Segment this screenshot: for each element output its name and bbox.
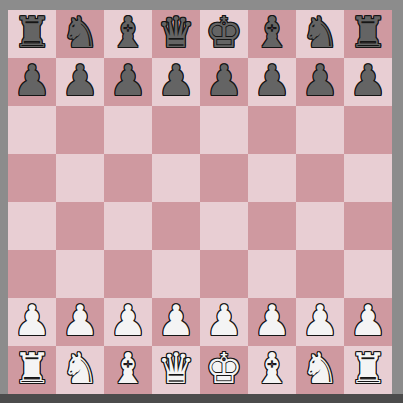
square-c7[interactable]: ♟ (104, 58, 152, 106)
piece-white-bishop[interactable]: ♝ (253, 346, 291, 393)
piece-white-pawn[interactable]: ♟ (13, 298, 51, 345)
square-d6[interactable] (152, 106, 200, 154)
square-e5[interactable] (200, 154, 248, 202)
piece-white-pawn[interactable]: ♟ (253, 298, 291, 345)
square-g8[interactable]: ♞ (296, 10, 344, 58)
square-h6[interactable] (344, 106, 392, 154)
board-frame-bottom-edge (0, 394, 403, 403)
square-b4[interactable] (56, 202, 104, 250)
square-f2[interactable]: ♟ (248, 298, 296, 346)
piece-black-pawn[interactable]: ♟ (301, 58, 339, 105)
piece-white-rook[interactable]: ♜ (349, 346, 387, 393)
square-g6[interactable] (296, 106, 344, 154)
square-h2[interactable]: ♟ (344, 298, 392, 346)
piece-white-rook[interactable]: ♜ (13, 346, 51, 393)
square-a7[interactable]: ♟ (8, 58, 56, 106)
piece-white-pawn[interactable]: ♟ (301, 298, 339, 345)
square-c1[interactable]: ♝ (104, 346, 152, 394)
square-h7[interactable]: ♟ (344, 58, 392, 106)
piece-white-pawn[interactable]: ♟ (349, 298, 387, 345)
piece-black-pawn[interactable]: ♟ (205, 58, 243, 105)
square-f8[interactable]: ♝ (248, 10, 296, 58)
square-d1[interactable]: ♛ (152, 346, 200, 394)
piece-black-rook[interactable]: ♜ (13, 10, 51, 57)
square-a1[interactable]: ♜ (8, 346, 56, 394)
square-g3[interactable] (296, 250, 344, 298)
piece-black-pawn[interactable]: ♟ (61, 58, 99, 105)
square-c5[interactable] (104, 154, 152, 202)
square-f5[interactable] (248, 154, 296, 202)
chess-window-frame: ♜♞♝♛♚♝♞♜♟♟♟♟♟♟♟♟♟♟♟♟♟♟♟♟♜♞♝♛♚♝♞♜ (0, 0, 403, 403)
square-g5[interactable] (296, 154, 344, 202)
square-f1[interactable]: ♝ (248, 346, 296, 394)
square-c6[interactable] (104, 106, 152, 154)
square-d7[interactable]: ♟ (152, 58, 200, 106)
piece-black-rook[interactable]: ♜ (349, 10, 387, 57)
piece-black-king[interactable]: ♚ (205, 10, 243, 57)
square-e3[interactable] (200, 250, 248, 298)
square-d2[interactable]: ♟ (152, 298, 200, 346)
piece-white-pawn[interactable]: ♟ (205, 298, 243, 345)
square-g4[interactable] (296, 202, 344, 250)
square-e8[interactable]: ♚ (200, 10, 248, 58)
piece-white-bishop[interactable]: ♝ (109, 346, 147, 393)
square-c2[interactable]: ♟ (104, 298, 152, 346)
square-d3[interactable] (152, 250, 200, 298)
square-e1[interactable]: ♚ (200, 346, 248, 394)
square-e6[interactable] (200, 106, 248, 154)
square-h8[interactable]: ♜ (344, 10, 392, 58)
square-h3[interactable] (344, 250, 392, 298)
square-e2[interactable]: ♟ (200, 298, 248, 346)
square-a4[interactable] (8, 202, 56, 250)
piece-white-pawn[interactable]: ♟ (109, 298, 147, 345)
square-h4[interactable] (344, 202, 392, 250)
square-g1[interactable]: ♞ (296, 346, 344, 394)
piece-white-knight[interactable]: ♞ (301, 346, 339, 393)
square-b1[interactable]: ♞ (56, 346, 104, 394)
square-h1[interactable]: ♜ (344, 346, 392, 394)
square-a3[interactable] (8, 250, 56, 298)
piece-white-pawn[interactable]: ♟ (157, 298, 195, 345)
piece-white-queen[interactable]: ♛ (157, 346, 195, 393)
square-c3[interactable] (104, 250, 152, 298)
piece-white-knight[interactable]: ♞ (61, 346, 99, 393)
square-d8[interactable]: ♛ (152, 10, 200, 58)
square-f6[interactable] (248, 106, 296, 154)
square-a2[interactable]: ♟ (8, 298, 56, 346)
square-f4[interactable] (248, 202, 296, 250)
square-b7[interactable]: ♟ (56, 58, 104, 106)
piece-black-pawn[interactable]: ♟ (349, 58, 387, 105)
square-f3[interactable] (248, 250, 296, 298)
square-a5[interactable] (8, 154, 56, 202)
square-d5[interactable] (152, 154, 200, 202)
square-g2[interactable]: ♟ (296, 298, 344, 346)
square-a6[interactable] (8, 106, 56, 154)
piece-black-bishop[interactable]: ♝ (109, 10, 147, 57)
square-b5[interactable] (56, 154, 104, 202)
square-e4[interactable] (200, 202, 248, 250)
piece-white-pawn[interactable]: ♟ (61, 298, 99, 345)
piece-black-bishop[interactable]: ♝ (253, 10, 291, 57)
square-b3[interactable] (56, 250, 104, 298)
square-g7[interactable]: ♟ (296, 58, 344, 106)
square-a8[interactable]: ♜ (8, 10, 56, 58)
piece-black-pawn[interactable]: ♟ (253, 58, 291, 105)
square-h5[interactable] (344, 154, 392, 202)
square-f7[interactable]: ♟ (248, 58, 296, 106)
square-b2[interactable]: ♟ (56, 298, 104, 346)
square-c8[interactable]: ♝ (104, 10, 152, 58)
piece-white-king[interactable]: ♚ (205, 346, 243, 393)
piece-black-knight[interactable]: ♞ (301, 10, 339, 57)
square-c4[interactable] (104, 202, 152, 250)
piece-black-pawn[interactable]: ♟ (109, 58, 147, 105)
chess-board: ♜♞♝♛♚♝♞♜♟♟♟♟♟♟♟♟♟♟♟♟♟♟♟♟♜♞♝♛♚♝♞♜ (8, 10, 392, 394)
piece-black-queen[interactable]: ♛ (157, 10, 195, 57)
square-e7[interactable]: ♟ (200, 58, 248, 106)
piece-black-pawn[interactable]: ♟ (13, 58, 51, 105)
square-b6[interactable] (56, 106, 104, 154)
square-d4[interactable] (152, 202, 200, 250)
piece-black-pawn[interactable]: ♟ (157, 58, 195, 105)
piece-black-knight[interactable]: ♞ (61, 10, 99, 57)
square-b8[interactable]: ♞ (56, 10, 104, 58)
